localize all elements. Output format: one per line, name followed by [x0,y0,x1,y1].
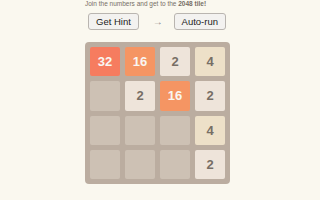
tile-2: 2 [195,81,225,110]
tile-16: 16 [125,47,155,76]
empty-cell [125,150,155,179]
tile-2: 2 [160,47,190,76]
page: Join the numbers and get to the 2048 til… [0,0,320,200]
instruction-prefix: Join the numbers and get to the [85,0,178,7]
auto-run-button[interactable]: Auto-run [174,13,226,30]
tile-32: 32 [90,47,120,76]
board: 321624216242 [85,42,230,184]
empty-cell [90,150,120,179]
tile-2: 2 [125,81,155,110]
tile-16: 16 [160,81,190,110]
controls-bar: Get Hint → Auto-run [85,13,230,30]
empty-cell [125,116,155,145]
empty-cell [90,116,120,145]
hint-arrow-icon: → [153,13,163,30]
empty-cell [90,81,120,110]
empty-cell [160,150,190,179]
tile-4: 4 [195,116,225,145]
tile-4: 4 [195,47,225,76]
instruction-goal: 2048 tile! [178,0,206,7]
empty-cell [160,116,190,145]
get-hint-button[interactable]: Get Hint [88,13,139,30]
tile-2: 2 [195,150,225,179]
instruction-text: Join the numbers and get to the 2048 til… [85,0,206,8]
